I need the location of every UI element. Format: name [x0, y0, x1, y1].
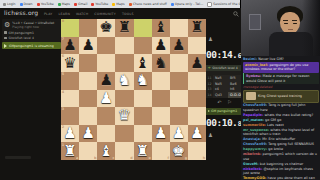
square-a4[interactable]: 4: [61, 90, 79, 108]
game-speed-icon: ⚙: [4, 22, 10, 29]
square-a8[interactable]: 8: [61, 19, 79, 37]
chat-username[interactable]: Papadiplo:: [243, 113, 264, 117]
square-f1[interactable]: f: [152, 142, 170, 160]
square-c3[interactable]: [97, 107, 115, 125]
player-color-icon: [4, 37, 7, 40]
bookmark-label: Login: [7, 2, 16, 6]
streamer-eye: [293, 23, 297, 24]
square-a3[interactable]: 3: [61, 107, 79, 125]
square-a5[interactable]: 5: [61, 72, 79, 90]
square-d7[interactable]: [115, 37, 133, 55]
square-d4[interactable]: [115, 90, 133, 108]
coord-rank: 7: [62, 37, 64, 41]
bookmark-item[interactable]: Maps: [112, 2, 124, 6]
faint-overlay-text: [5, 156, 31, 159]
bookmark-label: Gmail: [78, 2, 87, 6]
square-f8[interactable]: ♝: [152, 19, 170, 37]
square-e6[interactable]: ♝: [134, 54, 152, 72]
chat-username[interactable]: happyworry:: [243, 147, 268, 151]
coord-rank: 1: [62, 143, 64, 147]
player-name-bar[interactable]: GM penguingm1: [206, 108, 245, 115]
lichess-top-nav: PLAYLEARNWATCHCOMMUNITYTOOLS: [44, 12, 134, 16]
move-number: 14: [206, 92, 213, 98]
square-g5[interactable]: [170, 72, 188, 90]
square-f7[interactable]: ♟: [152, 37, 170, 55]
bookmark-item[interactable]: YouTube: [37, 2, 54, 6]
bookmark-label: Maps: [62, 2, 70, 6]
chat-username[interactable]: ChessFan99:: [243, 103, 268, 107]
captured-pieces-top: ♟: [208, 36, 213, 42]
square-d8[interactable]: ♜: [115, 19, 133, 37]
square-g1[interactable]: ♚g: [170, 142, 188, 160]
stream-play-icon: [208, 110, 210, 112]
black-rook-h8[interactable]: ♜: [190, 20, 203, 35]
chat-text: but beginning vs chalmer: [260, 162, 303, 166]
white-rook-e1[interactable]: ♜: [136, 144, 149, 159]
bookmark-favicon: [37, 3, 40, 6]
bookmark-label: Opera only - Twi...: [175, 2, 204, 6]
coord-rank: 4: [62, 90, 64, 94]
nav-item-tools[interactable]: TOOLS: [122, 12, 134, 16]
chat-username[interactable]: summerlife:: [243, 123, 267, 127]
chat-username[interactable]: Bezimi:: [243, 57, 258, 61]
move-white[interactable]: Qd3: [213, 92, 228, 98]
bookmark-item[interactable]: Opera only - Twi...: [171, 2, 204, 6]
black-pawn-b7[interactable]: ♟: [81, 38, 94, 53]
square-e8[interactable]: [134, 19, 152, 37]
player-link-white[interactable]: GM penguingm1: [4, 31, 61, 35]
notice-text: King Ghost speed training: [258, 94, 302, 98]
nav-item-community[interactable]: COMMUNITY: [94, 12, 116, 16]
bookmark-favicon: [58, 3, 61, 6]
square-f2[interactable]: ♟: [152, 125, 170, 143]
white-queen-d3[interactable]: ♛: [118, 108, 131, 123]
square-b8[interactable]: [79, 19, 97, 37]
bookmark-favicon: [112, 3, 115, 6]
square-c4[interactable]: ♟: [97, 90, 115, 108]
chat-username[interactable]: Ryokou:: [246, 74, 262, 78]
white-bishop-c1[interactable]: ♝: [100, 144, 113, 159]
black-bishop-e6[interactable]: ♝: [136, 56, 149, 71]
square-h8[interactable]: ♜: [188, 19, 206, 37]
black-rook-d8[interactable]: ♜: [118, 20, 131, 35]
square-d3[interactable]: ♛: [115, 107, 133, 125]
white-pawn-h2[interactable]: ♟: [190, 126, 203, 141]
nav-item-play[interactable]: PLAY: [44, 12, 52, 16]
chat-message: mr_suspense: whats the highest level of …: [243, 128, 319, 137]
square-g4[interactable]: [170, 90, 188, 108]
black-pawn-g7[interactable]: ♟: [172, 38, 185, 53]
square-d1[interactable]: d: [115, 142, 133, 160]
chat-username[interactable]: SteveM:: [243, 162, 260, 166]
bookmark-favicon: [171, 3, 174, 6]
bookmark-item[interactable]: Chess news and stuff: [129, 2, 167, 6]
chat-text: whats the max bullet rating?: [264, 113, 313, 117]
square-e7[interactable]: [134, 37, 152, 55]
takeback-button[interactable]: ↶: [217, 100, 221, 105]
chat-username[interactable]: mr_suspense:: [243, 128, 270, 132]
square-f5[interactable]: [152, 72, 170, 90]
bookmark-item[interactable]: Sessions of the Gr...: [207, 2, 240, 7]
square-b2[interactable]: ♟: [79, 125, 97, 143]
white-pawn-c4[interactable]: ♟: [100, 91, 113, 106]
bookmark-label: Sessions of the Gr...: [213, 2, 240, 6]
square-g8[interactable]: [170, 19, 188, 37]
chat-message: nickelbck: @sophie im boyfriends chess j…: [243, 167, 319, 176]
square-b4[interactable]: [79, 90, 97, 108]
black-pawn-a7[interactable]: ♟: [63, 38, 76, 53]
chat-message: message deleted: [243, 85, 319, 89]
square-b5[interactable]: [79, 72, 97, 90]
square-a7[interactable]: ♟7: [61, 37, 79, 55]
square-g6[interactable]: [170, 54, 188, 72]
bookmark-item[interactable]: Gmail: [74, 2, 87, 6]
bookmark-item[interactable]: YouTube: [91, 2, 108, 6]
plus-icon: +: [208, 66, 211, 70]
player-color-icon: [4, 31, 7, 34]
chess-board[interactable]: 8♚♜♝♜♟7♟♟♟♛6♝♞♟5♟♞♞4♟3♛♟2♟♟♟♟♜a1b♝cd♜ef♚…: [61, 19, 206, 160]
square-e1[interactable]: ♜e: [134, 142, 152, 160]
white-pawn-g2[interactable]: ♟: [172, 126, 185, 141]
square-h2[interactable]: ♟: [188, 125, 206, 143]
browser-bookmarks-bar: LoginDownYouTubeMapsGmailYouTubeMapsChes…: [0, 0, 240, 8]
chat-username[interactable]: atomic_leaf:: [245, 63, 269, 67]
wall-picture-frame: [249, 14, 261, 30]
bookmark-label: Down: [24, 2, 33, 6]
square-c1[interactable]: ♝c: [97, 142, 115, 160]
bookmark-favicon: [207, 2, 212, 7]
square-h1[interactable]: h: [188, 142, 206, 160]
nav-item-learn[interactable]: LEARN: [58, 12, 70, 16]
square-a6[interactable]: ♛6: [61, 54, 79, 72]
bookmark-favicon: [3, 3, 6, 6]
square-e3[interactable]: [134, 107, 152, 125]
chat-message: TommyGOD: have you done them all can win…: [243, 176, 319, 180]
white-pawn-a2[interactable]: ♟: [63, 126, 76, 141]
streaming-banner[interactable]: GMpenguingm1 is streaming: [2, 42, 61, 49]
bookmark-favicon: [74, 3, 77, 6]
bookmark-label: Chess news and stuff: [133, 2, 167, 6]
bookmark-item[interactable]: Maps: [58, 2, 70, 6]
square-c7[interactable]: [97, 37, 115, 55]
chat-text: Tang going full SENNARIUS: [268, 142, 314, 146]
chat-text: Lets react: [267, 123, 284, 127]
coord-file: c: [113, 156, 115, 160]
streamer-webcam: [241, 0, 320, 56]
chat-text: Never live GM?: [258, 57, 284, 61]
game-action-buttons: ↶⚐: [206, 99, 243, 106]
black-pawn-h6[interactable]: ♟: [190, 56, 203, 71]
bookmark-item[interactable]: Login: [3, 2, 16, 6]
square-e2[interactable]: [134, 125, 152, 143]
bookmark-label: YouTube: [95, 2, 108, 6]
game-info-box: ⚙ ¼+0 • Casual • UltraBullet Playing rig…: [2, 19, 61, 42]
square-c5[interactable]: ♟: [97, 72, 115, 90]
coord-file: d: [130, 156, 132, 160]
streamer-eye: [284, 23, 288, 24]
white-rook-a1[interactable]: ♜: [63, 144, 76, 159]
black-queen-a6[interactable]: ♛: [63, 56, 76, 71]
black-pawn-f7[interactable]: ♟: [154, 38, 167, 53]
coord-file: a: [76, 156, 78, 160]
chat-message: Bezimi: Never live GM?: [243, 57, 319, 61]
chat-message: ChessFan99: Tang is going full John spee…: [243, 103, 319, 112]
chat-message: atomic_leaf: penguingm do you use window…: [243, 62, 319, 73]
chat-text: go broke: [268, 147, 283, 151]
move-list[interactable]: 11Ne5Bf512Nd5Be613c4h614Qd3O-O-O: [206, 75, 243, 98]
square-g3[interactable]: [170, 107, 188, 125]
square-e5[interactable]: ♞: [134, 72, 152, 90]
coord-file: f: [167, 156, 168, 160]
bookmark-favicon: [91, 3, 94, 6]
chat-message: Anastaja: Mr. Eric whitebuffer: [243, 137, 319, 141]
chat-username[interactable]: TommyGOD:: [243, 176, 267, 180]
chat-message: Papadiplo: whats the max bullet rating?: [243, 113, 319, 117]
square-f3[interactable]: [152, 107, 170, 125]
chat-message: happyworry: go broke: [243, 147, 319, 151]
coord-file: e: [149, 156, 151, 160]
chat-message: summerlife: Lets react: [243, 123, 319, 127]
square-b7[interactable]: ♟: [79, 37, 97, 55]
black-pawn-c5[interactable]: ♟: [100, 73, 113, 88]
chat-text: go GM go: [265, 118, 281, 122]
resign-button[interactable]: ⚐: [227, 100, 231, 105]
square-d2[interactable]: [115, 125, 133, 143]
square-h6[interactable]: ♟: [188, 54, 206, 72]
chat-message: ChessFan99: Tang going full SENNARIUS: [243, 142, 319, 146]
webcam-vignette: [302, 0, 320, 56]
nav-item-watch[interactable]: WATCH: [76, 12, 88, 16]
bookmark-favicon: [20, 3, 23, 6]
bookmark-label: Maps: [116, 2, 124, 6]
white-knight-d5[interactable]: ♞: [118, 73, 131, 88]
magnifier-icon[interactable]: [233, 11, 239, 17]
lichess-logo[interactable]: lichess.org: [4, 9, 38, 16]
square-a1[interactable]: ♜a1: [61, 142, 79, 160]
bookmark-favicon: [129, 3, 132, 6]
coord-file: g: [185, 156, 187, 160]
black-king-c8[interactable]: ♚: [100, 20, 113, 35]
stream-chat[interactable]: Bezimi: Never live GM?atomic_leaf: pengu…: [241, 56, 320, 180]
coord-rank: 5: [62, 72, 64, 76]
game-side-panel: ♟ 00:14.6 + Stockfish level 4 11Ne5Bf512…: [206, 19, 243, 172]
streamer-brow: [283, 20, 288, 21]
chat-notice: King Ghost speed training: [243, 90, 319, 103]
streamer-brow: [292, 20, 297, 21]
chat-username[interactable]: Anastaja:: [243, 137, 262, 141]
square-c8[interactable]: ♚: [97, 19, 115, 37]
coord-rank: 8: [62, 19, 64, 23]
bookmark-label: YouTube: [41, 2, 54, 6]
streamer-mouth: [288, 29, 293, 30]
player-link-black[interactable]: Stockfish level 4: [4, 36, 61, 40]
square-d6[interactable]: [115, 54, 133, 72]
chat-username[interactable]: nickelbck:: [243, 167, 263, 171]
chat-message: mikefrnk: penguingm1 which version do u …: [243, 152, 319, 161]
square-d5[interactable]: ♞: [115, 72, 133, 90]
coord-file: b: [94, 156, 96, 160]
chat-message: SteveM: but beginning vs chalmer: [243, 162, 319, 166]
square-f4[interactable]: [152, 90, 170, 108]
chat-message: pxl_mateo: go GM go: [243, 118, 319, 122]
chat-username[interactable]: ChessFan99:: [243, 142, 268, 146]
square-h4[interactable]: [188, 90, 206, 108]
game-status-line: Playing right now: [12, 25, 54, 29]
white-pawn-f2[interactable]: ♟: [154, 126, 167, 141]
black-bishop-f8[interactable]: ♝: [154, 20, 167, 35]
chat-username[interactable]: pxl_mateo:: [243, 118, 265, 122]
white-king-g1[interactable]: ♚: [172, 144, 185, 159]
square-g2[interactable]: ♟: [170, 125, 188, 143]
square-g7[interactable]: ♟: [170, 37, 188, 55]
square-c2[interactable]: [97, 125, 115, 143]
captured-pieces-bottom: ♟: [208, 132, 213, 138]
square-h5[interactable]: [188, 72, 206, 90]
square-b3[interactable]: [79, 107, 97, 125]
stream-play-icon: [4, 44, 7, 48]
black-knight-f6[interactable]: ♞: [154, 56, 167, 71]
bookmark-item[interactable]: Down: [20, 2, 33, 6]
square-f6[interactable]: ♞: [152, 54, 170, 72]
square-b1[interactable]: b: [79, 142, 97, 160]
chat-message: Ryokou: Made a message for reason would …: [243, 73, 319, 84]
square-h7[interactable]: [188, 37, 206, 55]
white-knight-e5[interactable]: ♞: [136, 73, 149, 88]
coord-file: h: [203, 156, 205, 160]
square-e4[interactable]: [134, 90, 152, 108]
emote-thumbnail: [246, 92, 256, 100]
coord-rank: 3: [62, 107, 64, 111]
chat-text: Mr. Eric whitebuffer: [262, 137, 295, 141]
chat-username[interactable]: mikefrnk:: [243, 152, 263, 156]
coord-rank: 2: [62, 125, 64, 129]
square-c6[interactable]: [97, 54, 115, 72]
square-h3[interactable]: [188, 107, 206, 125]
square-b6[interactable]: [79, 54, 97, 72]
square-a2[interactable]: ♟2: [61, 125, 79, 143]
white-pawn-b2[interactable]: ♟: [81, 126, 94, 141]
coord-rank: 6: [62, 54, 64, 58]
